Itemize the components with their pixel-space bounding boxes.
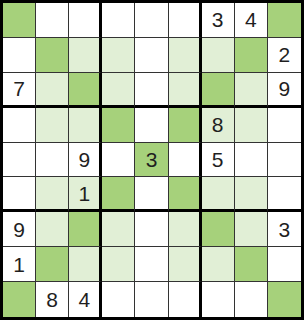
cell-r2c1[interactable] [3,38,36,73]
cell-r4c2[interactable] [36,108,69,143]
cell-r6c7[interactable] [202,177,235,212]
cell-r3c4[interactable] [102,73,135,108]
cell-r6c2[interactable] [36,177,69,212]
cell-r7c8[interactable] [235,212,268,247]
cell-r9c7[interactable] [202,282,235,317]
cell-r4c8[interactable] [235,108,268,143]
cell-r2c3[interactable] [69,38,102,73]
cell-r9c4[interactable] [102,282,135,317]
cell-r4c5[interactable] [135,108,168,143]
cell-r1c4[interactable] [102,3,135,38]
cell-r5c8[interactable] [235,143,268,178]
cell-r1c5[interactable] [135,3,168,38]
cell-r8c1[interactable]: 1 [3,247,36,282]
cell-r2c9[interactable]: 2 [268,38,301,73]
cell-r5c7[interactable]: 5 [202,143,235,178]
cell-r4c9[interactable] [268,108,301,143]
cell-r4c7[interactable]: 8 [202,108,235,143]
cell-r3c9[interactable]: 9 [268,73,301,108]
cell-r3c6[interactable] [169,73,202,108]
cell-r5c6[interactable] [169,143,202,178]
cell-r8c6[interactable] [169,247,202,282]
cell-r9c1[interactable] [3,282,36,317]
cell-r3c7[interactable] [202,73,235,108]
cell-r1c8[interactable]: 4 [235,3,268,38]
cell-r6c6[interactable] [169,177,202,212]
cell-r1c2[interactable] [36,3,69,38]
cell-r1c6[interactable] [169,3,202,38]
cell-r4c1[interactable] [3,108,36,143]
cell-r6c9[interactable] [268,177,301,212]
cell-r7c7[interactable] [202,212,235,247]
cell-r7c9[interactable]: 3 [268,212,301,247]
cell-r9c8[interactable] [235,282,268,317]
cell-r8c5[interactable] [135,247,168,282]
cell-r5c2[interactable] [36,143,69,178]
cell-r2c2[interactable] [36,38,69,73]
cell-r3c1[interactable]: 7 [3,73,36,108]
cell-r7c2[interactable] [36,212,69,247]
cell-r8c7[interactable] [202,247,235,282]
cell-r8c4[interactable] [102,247,135,282]
cell-r9c5[interactable] [135,282,168,317]
cell-r5c5[interactable]: 3 [135,143,168,178]
cell-r9c3[interactable]: 4 [69,282,102,317]
cell-r9c2[interactable]: 8 [36,282,69,317]
cell-r7c1[interactable]: 9 [3,212,36,247]
cell-r3c3[interactable] [69,73,102,108]
cell-r6c1[interactable] [3,177,36,212]
cell-r3c5[interactable] [135,73,168,108]
cell-r8c3[interactable] [69,247,102,282]
cell-r5c9[interactable] [268,143,301,178]
cell-r4c3[interactable] [69,108,102,143]
cell-r2c7[interactable] [202,38,235,73]
cell-r6c8[interactable] [235,177,268,212]
cell-r5c4[interactable] [102,143,135,178]
cell-r7c3[interactable] [69,212,102,247]
sudoku-board: 342798935193184 [0,0,304,320]
cell-r2c8[interactable] [235,38,268,73]
cell-r2c5[interactable] [135,38,168,73]
cell-r4c4[interactable] [102,108,135,143]
cell-r8c8[interactable] [235,247,268,282]
cell-r3c8[interactable] [235,73,268,108]
cell-r2c6[interactable] [169,38,202,73]
cell-r1c7[interactable]: 3 [202,3,235,38]
cell-r3c2[interactable] [36,73,69,108]
cell-r8c2[interactable] [36,247,69,282]
cell-r2c4[interactable] [102,38,135,73]
cell-r1c3[interactable] [69,3,102,38]
cell-r4c6[interactable] [169,108,202,143]
cell-r5c1[interactable] [3,143,36,178]
cell-r6c5[interactable] [135,177,168,212]
cell-r7c4[interactable] [102,212,135,247]
cell-r9c9[interactable] [268,282,301,317]
cell-r1c9[interactable] [268,3,301,38]
cell-r6c3[interactable]: 1 [69,177,102,212]
cell-r5c3[interactable]: 9 [69,143,102,178]
cell-r6c4[interactable] [102,177,135,212]
cell-r9c6[interactable] [169,282,202,317]
cell-r7c5[interactable] [135,212,168,247]
cell-r7c6[interactable] [169,212,202,247]
cell-r8c9[interactable] [268,247,301,282]
cell-r1c1[interactable] [3,3,36,38]
